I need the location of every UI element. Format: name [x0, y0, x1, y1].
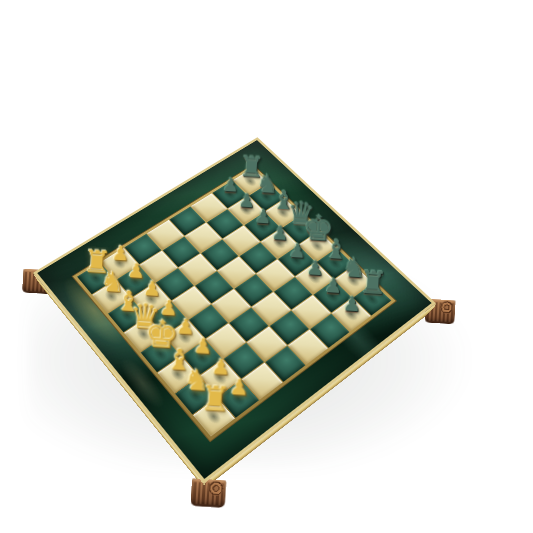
- board-frame: ♜♞♝♛♚♝♞♜♟♟♟♟♟♟♟♟♟♟♟♟♟♟♟♟♜♞♝♛♚♝♞♜: [33, 137, 436, 483]
- square-h6: [310, 313, 349, 347]
- board-foot-bottom: [190, 478, 226, 508]
- piece-black-pawn: ♟: [288, 240, 307, 261]
- perspective-scene: ♜♞♝♛♚♝♞♜♟♟♟♟♟♟♟♟♟♟♟♟♟♟♟♟♜♞♝♛♚♝♞♜: [0, 0, 533, 533]
- square-h1: ♜: [193, 397, 235, 436]
- piece-black-pawn: ♟: [254, 206, 272, 226]
- chess-board: ♜♞♝♛♚♝♞♜♟♟♟♟♟♟♟♟♟♟♟♟♟♟♟♟♜♞♝♛♚♝♞♜: [33, 137, 436, 483]
- piece-white-pawn: ♟: [211, 355, 231, 377]
- piece-black-rook: ♜: [358, 267, 388, 300]
- piece-black-pawn: ♟: [271, 223, 289, 243]
- piece-black-pawn: ♟: [222, 175, 240, 195]
- piece-black-pawn: ♟: [306, 257, 325, 278]
- piece-white-rook: ♜: [199, 381, 232, 417]
- camera-roll-wrapper: ♜♞♝♛♚♝♞♜♟♟♟♟♟♟♟♟♟♟♟♟♟♟♟♟♜♞♝♛♚♝♞♜: [0, 0, 533, 533]
- piece-black-pawn: ♟: [324, 275, 343, 296]
- product-photo-stage: ♜♞♝♛♚♝♞♜♟♟♟♟♟♟♟♟♟♟♟♟♟♟♟♟♜♞♝♛♚♝♞♜: [0, 0, 533, 533]
- piece-white-pawn: ♟: [229, 376, 250, 399]
- piece-white-pawn: ♟: [193, 335, 213, 357]
- piece-black-pawn: ♟: [238, 190, 256, 210]
- piece-black-pawn: ♟: [342, 293, 361, 314]
- board-grid: ♜♞♝♛♚♝♞♜♟♟♟♟♟♟♟♟♟♟♟♟♟♟♟♟♜♞♝♛♚♝♞♜: [73, 165, 396, 441]
